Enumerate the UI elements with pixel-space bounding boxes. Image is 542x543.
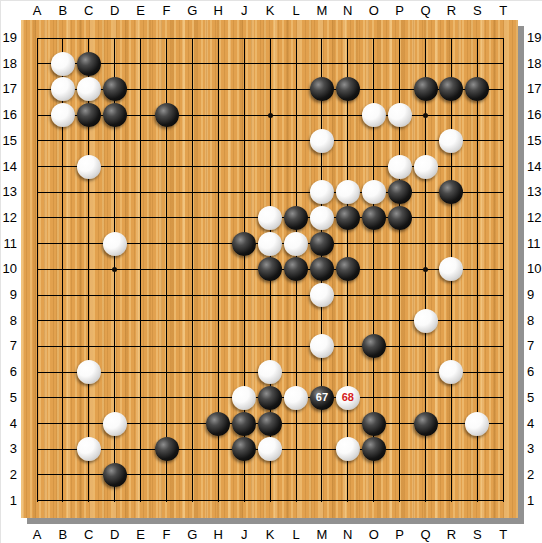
white-stone-J5	[232, 386, 256, 410]
black-stone-J3	[232, 437, 256, 461]
coord-right-15: 15	[527, 133, 542, 148]
coord-right-7: 7	[527, 338, 542, 353]
black-stone-P12	[388, 206, 412, 230]
black-stone-K4	[258, 412, 282, 436]
black-stone-J11	[232, 232, 256, 256]
black-stone-R17	[439, 77, 463, 101]
coord-right-9: 9	[527, 287, 542, 302]
white-stone-B17	[51, 77, 75, 101]
black-stone-K5	[258, 386, 282, 410]
coord-left-12: 12	[1, 210, 17, 225]
grid-line-row-13	[37, 192, 504, 193]
coord-right-16: 16	[527, 107, 542, 122]
coord-right-19: 19	[527, 30, 542, 45]
black-stone-D16	[103, 103, 127, 127]
coord-right-4: 4	[527, 416, 542, 431]
star-point-K16	[268, 113, 273, 118]
grid-line-row-15	[37, 140, 504, 141]
coord-right-11: 11	[527, 236, 542, 251]
coord-bottom-Q: Q	[417, 527, 435, 542]
black-stone-M17	[310, 77, 334, 101]
coord-bottom-T: T	[494, 527, 512, 542]
coord-bottom-G: G	[183, 527, 201, 542]
grid-line-row-19	[37, 38, 504, 39]
black-stone-L10	[284, 257, 308, 281]
black-stone-J4	[232, 412, 256, 436]
white-stone-M7	[310, 334, 334, 358]
coord-right-3: 3	[527, 441, 542, 456]
white-stone-C14	[77, 155, 101, 179]
coord-left-10: 10	[1, 261, 17, 276]
black-stone-O7	[362, 334, 386, 358]
black-stone-M5: 67	[310, 386, 334, 410]
white-stone-L11	[284, 232, 308, 256]
coord-left-9: 9	[1, 287, 17, 302]
coord-top-P: P	[391, 3, 409, 18]
coord-right-17: 17	[527, 81, 542, 96]
black-stone-Q4	[414, 412, 438, 436]
coord-bottom-P: P	[391, 527, 409, 542]
white-stone-R15	[439, 129, 463, 153]
black-stone-N10	[336, 257, 360, 281]
white-stone-P14	[388, 155, 412, 179]
coord-bottom-E: E	[132, 527, 150, 542]
coord-left-14: 14	[1, 159, 17, 174]
black-stone-S17	[465, 77, 489, 101]
coord-top-B: B	[54, 3, 72, 18]
black-stone-Q17	[414, 77, 438, 101]
coord-left-19: 19	[1, 30, 17, 45]
coord-left-6: 6	[1, 364, 17, 379]
coord-top-L: L	[287, 3, 305, 18]
coord-top-A: A	[28, 3, 46, 18]
go-board[interactable]: 6768	[21, 20, 518, 518]
coord-left-5: 5	[1, 390, 17, 405]
coord-bottom-O: O	[365, 527, 383, 542]
white-stone-C17	[77, 77, 101, 101]
move-number-68: 68	[342, 392, 354, 403]
grid-line-row-7	[37, 346, 504, 347]
black-stone-L12	[284, 206, 308, 230]
white-stone-Q14	[414, 155, 438, 179]
coord-right-14: 14	[527, 159, 542, 174]
coord-left-18: 18	[1, 56, 17, 71]
coord-left-3: 3	[1, 441, 17, 456]
white-stone-M15	[310, 129, 334, 153]
coord-top-S: S	[468, 3, 486, 18]
move-number-67: 67	[316, 392, 328, 403]
coord-bottom-F: F	[158, 527, 176, 542]
white-stone-O13	[362, 180, 386, 204]
star-point-D10	[112, 267, 117, 272]
coord-bottom-J: J	[235, 527, 253, 542]
grid-line-col-T	[503, 38, 504, 502]
white-stone-D4	[103, 412, 127, 436]
coord-right-12: 12	[527, 210, 542, 225]
black-stone-O3	[362, 437, 386, 461]
white-stone-L5	[284, 386, 308, 410]
coord-top-G: G	[183, 3, 201, 18]
black-stone-F16	[155, 103, 179, 127]
coord-left-16: 16	[1, 107, 17, 122]
black-stone-N17	[336, 77, 360, 101]
white-stone-B18	[51, 52, 75, 76]
black-stone-K10	[258, 257, 282, 281]
white-stone-M12	[310, 206, 334, 230]
coord-right-2: 2	[527, 467, 542, 482]
black-stone-D17	[103, 77, 127, 101]
black-stone-O4	[362, 412, 386, 436]
coord-right-1: 1	[527, 493, 542, 508]
grid-line-col-A	[37, 38, 38, 502]
white-stone-N13	[336, 180, 360, 204]
white-stone-K12	[258, 206, 282, 230]
white-stone-K11	[258, 232, 282, 256]
coord-right-8: 8	[527, 313, 542, 328]
white-stone-B16	[51, 103, 75, 127]
coord-bottom-S: S	[468, 527, 486, 542]
coord-left-17: 17	[1, 81, 17, 96]
white-stone-N5: 68	[336, 386, 360, 410]
coord-top-F: F	[158, 3, 176, 18]
coord-bottom-N: N	[339, 527, 357, 542]
coord-left-4: 4	[1, 416, 17, 431]
white-stone-R6	[439, 360, 463, 384]
coord-bottom-H: H	[209, 527, 227, 542]
grid-line-col-E	[140, 38, 141, 502]
coord-bottom-K: K	[261, 527, 279, 542]
coord-top-O: O	[365, 3, 383, 18]
coord-right-5: 5	[527, 390, 542, 405]
white-stone-P16	[388, 103, 412, 127]
coord-top-R: R	[442, 3, 460, 18]
black-stone-N12	[336, 206, 360, 230]
grid-line-row-1	[37, 500, 504, 501]
black-stone-D2	[103, 463, 127, 487]
coord-top-E: E	[132, 3, 150, 18]
black-stone-P13	[388, 180, 412, 204]
black-stone-C18	[77, 52, 101, 76]
coord-right-18: 18	[527, 56, 542, 71]
white-stone-C6	[77, 360, 101, 384]
white-stone-K3	[258, 437, 282, 461]
white-stone-R10	[439, 257, 463, 281]
coord-bottom-A: A	[28, 527, 46, 542]
white-stone-O16	[362, 103, 386, 127]
white-stone-Q8	[414, 309, 438, 333]
coord-top-M: M	[313, 3, 331, 18]
coord-top-C: C	[80, 3, 98, 18]
white-stone-N3	[336, 437, 360, 461]
black-stone-H4	[206, 412, 230, 436]
grid-line-row-9	[37, 295, 504, 296]
grid-line-col-G	[192, 38, 193, 502]
star-point-Q10	[423, 267, 428, 272]
coord-bottom-C: C	[80, 527, 98, 542]
coord-left-11: 11	[1, 236, 17, 251]
coord-top-Q: Q	[417, 3, 435, 18]
black-stone-O12	[362, 206, 386, 230]
black-stone-C16	[77, 103, 101, 127]
white-stone-S4	[465, 412, 489, 436]
coord-top-K: K	[261, 3, 279, 18]
coord-bottom-D: D	[106, 527, 124, 542]
coord-left-2: 2	[1, 467, 17, 482]
coord-bottom-M: M	[313, 527, 331, 542]
coord-left-1: 1	[1, 493, 17, 508]
white-stone-M13	[310, 180, 334, 204]
coord-bottom-L: L	[287, 527, 305, 542]
coord-right-13: 13	[527, 184, 542, 199]
black-stone-R13	[439, 180, 463, 204]
coord-left-13: 13	[1, 184, 17, 199]
go-game-screenshot: 6768 AA1919BB1818CC1717DD1616EE1515FF141…	[0, 0, 542, 543]
black-stone-F3	[155, 437, 179, 461]
white-stone-M9	[310, 283, 334, 307]
coord-top-N: N	[339, 3, 357, 18]
coord-top-T: T	[494, 3, 512, 18]
coord-top-H: H	[209, 3, 227, 18]
grid-line-row-18	[37, 63, 504, 64]
black-stone-M10	[310, 257, 334, 281]
coord-top-J: J	[235, 3, 253, 18]
white-stone-K6	[258, 360, 282, 384]
star-point-Q16	[423, 113, 428, 118]
coord-left-7: 7	[1, 338, 17, 353]
coord-right-6: 6	[527, 364, 542, 379]
coord-right-10: 10	[527, 261, 542, 276]
black-stone-M11	[310, 232, 334, 256]
white-stone-D11	[103, 232, 127, 256]
coord-left-15: 15	[1, 133, 17, 148]
white-stone-C3	[77, 437, 101, 461]
coord-left-8: 8	[1, 313, 17, 328]
coord-top-D: D	[106, 3, 124, 18]
coord-bottom-B: B	[54, 527, 72, 542]
coord-bottom-R: R	[442, 527, 460, 542]
